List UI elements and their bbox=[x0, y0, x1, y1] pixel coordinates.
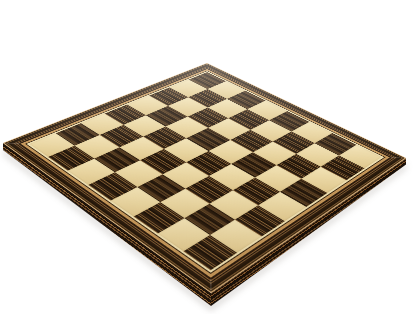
photo-background bbox=[0, 0, 416, 314]
